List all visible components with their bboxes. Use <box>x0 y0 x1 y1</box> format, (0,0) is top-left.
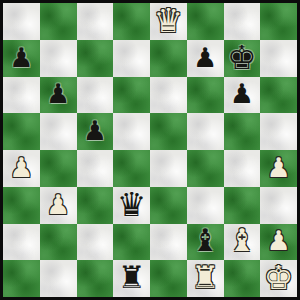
square-a1[interactable] <box>3 260 40 297</box>
square-f7[interactable]: ♟ <box>187 40 224 77</box>
square-g3[interactable] <box>224 187 261 224</box>
square-a6[interactable] <box>3 77 40 114</box>
square-g4[interactable] <box>224 150 261 187</box>
black-pawn[interactable]: ♟ <box>9 44 33 71</box>
square-d5[interactable] <box>113 113 150 150</box>
black-pawn[interactable]: ♟ <box>230 80 254 107</box>
square-b4[interactable] <box>40 150 77 187</box>
square-g6[interactable]: ♟ <box>224 77 261 114</box>
square-e6[interactable] <box>150 77 187 114</box>
square-c8[interactable] <box>77 3 114 40</box>
square-e4[interactable] <box>150 150 187 187</box>
square-b7[interactable] <box>40 40 77 77</box>
square-f6[interactable] <box>187 77 224 114</box>
square-h5[interactable] <box>260 113 297 150</box>
square-b2[interactable] <box>40 224 77 261</box>
square-h6[interactable] <box>260 77 297 114</box>
square-f5[interactable] <box>187 113 224 150</box>
square-d8[interactable] <box>113 3 150 40</box>
square-e2[interactable] <box>150 224 187 261</box>
square-d3[interactable]: ♛ <box>113 187 150 224</box>
square-c4[interactable] <box>77 150 114 187</box>
square-d7[interactable] <box>113 40 150 77</box>
square-f1[interactable]: ♜ <box>187 260 224 297</box>
square-e1[interactable] <box>150 260 187 297</box>
white-queen[interactable]: ♛ <box>154 4 184 37</box>
black-rook[interactable]: ♜ <box>118 262 146 293</box>
white-pawn[interactable]: ♟ <box>267 227 291 254</box>
square-a3[interactable] <box>3 187 40 224</box>
square-f3[interactable] <box>187 187 224 224</box>
square-b3[interactable]: ♟ <box>40 187 77 224</box>
white-bishop[interactable]: ♝ <box>228 225 256 256</box>
square-c5[interactable]: ♟ <box>77 113 114 150</box>
square-h8[interactable] <box>260 3 297 40</box>
square-g1[interactable] <box>224 260 261 297</box>
square-h4[interactable]: ♟ <box>260 150 297 187</box>
black-bishop[interactable]: ♝ <box>191 225 219 256</box>
square-f8[interactable] <box>187 3 224 40</box>
square-g2[interactable]: ♝ <box>224 224 261 261</box>
square-a2[interactable] <box>3 224 40 261</box>
square-a5[interactable] <box>3 113 40 150</box>
square-d6[interactable] <box>113 77 150 114</box>
square-h1[interactable]: ♚ <box>260 260 297 297</box>
square-e8[interactable]: ♛ <box>150 3 187 40</box>
square-g8[interactable] <box>224 3 261 40</box>
square-g7[interactable]: ♚ <box>224 40 261 77</box>
square-c2[interactable] <box>77 224 114 261</box>
square-a7[interactable]: ♟ <box>3 40 40 77</box>
white-pawn[interactable]: ♟ <box>9 154 33 181</box>
black-pawn[interactable]: ♟ <box>83 117 107 144</box>
black-queen[interactable]: ♛ <box>117 188 147 221</box>
square-h3[interactable] <box>260 187 297 224</box>
square-e7[interactable] <box>150 40 187 77</box>
board-frame: ♛♟♟♚♟♟♟♟♟♟♛♝♝♟♜♜♚ <box>0 0 300 300</box>
square-c7[interactable] <box>77 40 114 77</box>
white-rook[interactable]: ♜ <box>191 262 219 293</box>
square-b1[interactable] <box>40 260 77 297</box>
chess-board: ♛♟♟♚♟♟♟♟♟♟♛♝♝♟♜♜♚ <box>3 3 297 297</box>
square-h2[interactable]: ♟ <box>260 224 297 261</box>
square-b6[interactable]: ♟ <box>40 77 77 114</box>
white-pawn[interactable]: ♟ <box>267 154 291 181</box>
square-e3[interactable] <box>150 187 187 224</box>
square-b8[interactable] <box>40 3 77 40</box>
square-e5[interactable] <box>150 113 187 150</box>
square-g5[interactable] <box>224 113 261 150</box>
black-pawn[interactable]: ♟ <box>193 44 217 71</box>
square-h7[interactable] <box>260 40 297 77</box>
black-king[interactable]: ♚ <box>227 41 257 74</box>
square-a4[interactable]: ♟ <box>3 150 40 187</box>
black-pawn[interactable]: ♟ <box>46 80 70 107</box>
square-b5[interactable] <box>40 113 77 150</box>
square-c3[interactable] <box>77 187 114 224</box>
square-c6[interactable] <box>77 77 114 114</box>
square-d2[interactable] <box>113 224 150 261</box>
square-a8[interactable] <box>3 3 40 40</box>
square-f4[interactable] <box>187 150 224 187</box>
white-king[interactable]: ♚ <box>264 261 294 294</box>
square-d1[interactable]: ♜ <box>113 260 150 297</box>
square-f2[interactable]: ♝ <box>187 224 224 261</box>
square-d4[interactable] <box>113 150 150 187</box>
square-c1[interactable] <box>77 260 114 297</box>
white-pawn[interactable]: ♟ <box>46 191 70 218</box>
